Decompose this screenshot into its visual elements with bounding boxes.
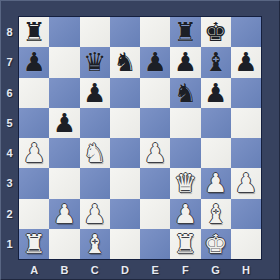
file-labels: ABCDEFGH	[19, 259, 261, 280]
square-a6[interactable]	[19, 78, 49, 108]
file-label-d: D	[110, 259, 140, 280]
square-g1[interactable]: ♚	[201, 229, 231, 259]
piece-white-pawn-a4[interactable]: ♟	[22, 140, 45, 166]
rank-label-8: 8	[0, 17, 19, 47]
square-d8[interactable]	[110, 17, 140, 47]
piece-white-pawn-g3[interactable]: ♟	[204, 170, 227, 196]
piece-white-bishop-c1[interactable]: ♝	[83, 231, 106, 257]
piece-black-pawn-f7[interactable]: ♟	[174, 49, 197, 75]
square-d4[interactable]	[110, 138, 140, 168]
square-g3[interactable]: ♟	[201, 168, 231, 198]
square-h2[interactable]	[231, 199, 261, 229]
square-b3[interactable]	[49, 168, 79, 198]
square-f8[interactable]: ♜	[170, 17, 200, 47]
piece-black-queen-c7[interactable]: ♛	[83, 49, 106, 75]
square-h4[interactable]	[231, 138, 261, 168]
square-b1[interactable]	[49, 229, 79, 259]
rank-label-7: 7	[0, 47, 19, 77]
file-label-g: G	[201, 259, 231, 280]
rank-label-5: 5	[0, 108, 19, 138]
square-b5[interactable]: ♟	[49, 108, 79, 138]
rank-label-1: 1	[0, 229, 19, 259]
file-label-a: A	[19, 259, 49, 280]
piece-white-pawn-h3[interactable]: ♟	[234, 170, 257, 196]
square-c4[interactable]: ♞	[80, 138, 110, 168]
square-d7[interactable]: ♞	[110, 47, 140, 77]
square-c5[interactable]	[80, 108, 110, 138]
piece-white-rook-a1[interactable]: ♜	[22, 231, 45, 257]
square-c7[interactable]: ♛	[80, 47, 110, 77]
square-e7[interactable]: ♟	[140, 47, 170, 77]
piece-white-bishop-g2[interactable]: ♝	[204, 201, 227, 227]
square-b4[interactable]	[49, 138, 79, 168]
piece-white-rook-f1[interactable]: ♜	[174, 231, 197, 257]
piece-black-bishop-g7[interactable]: ♝	[204, 49, 227, 75]
square-a2[interactable]	[19, 199, 49, 229]
square-d3[interactable]	[110, 168, 140, 198]
square-e4[interactable]: ♟	[140, 138, 170, 168]
square-b7[interactable]	[49, 47, 79, 77]
chess-diagram-frame: 87654321 ♜♜♚♟♛♞♟♟♝♟♟♞♟♟♟♞♟♛♟♟♟♟♟♝♜♝♜♚ AB…	[0, 0, 280, 280]
piece-white-pawn-b2[interactable]: ♟	[53, 201, 76, 227]
square-c6[interactable]: ♟	[80, 78, 110, 108]
piece-white-pawn-e4[interactable]: ♟	[143, 140, 166, 166]
square-c3[interactable]	[80, 168, 110, 198]
square-b2[interactable]: ♟	[49, 199, 79, 229]
square-d5[interactable]	[110, 108, 140, 138]
square-h1[interactable]	[231, 229, 261, 259]
square-h7[interactable]: ♟	[231, 47, 261, 77]
rank-labels: 87654321	[0, 17, 19, 259]
piece-black-pawn-g6[interactable]: ♟	[204, 80, 227, 106]
square-e2[interactable]	[140, 199, 170, 229]
file-label-c: C	[80, 259, 110, 280]
square-f5[interactable]	[170, 108, 200, 138]
square-g5[interactable]	[201, 108, 231, 138]
file-label-b: B	[49, 259, 79, 280]
piece-black-rook-a8[interactable]: ♜	[22, 19, 45, 45]
rank-label-2: 2	[0, 199, 19, 229]
square-b6[interactable]	[49, 78, 79, 108]
piece-white-king-g1[interactable]: ♚	[204, 231, 227, 257]
chess-board: ♜♜♚♟♛♞♟♟♝♟♟♞♟♟♟♞♟♛♟♟♟♟♟♝♜♝♜♚	[19, 17, 261, 259]
piece-white-pawn-c2[interactable]: ♟	[83, 201, 106, 227]
square-a7[interactable]: ♟	[19, 47, 49, 77]
square-g4[interactable]	[201, 138, 231, 168]
square-e5[interactable]	[140, 108, 170, 138]
piece-black-pawn-c6[interactable]: ♟	[83, 80, 106, 106]
piece-black-pawn-a7[interactable]: ♟	[22, 49, 45, 75]
square-g2[interactable]: ♝	[201, 199, 231, 229]
square-g7[interactable]: ♝	[201, 47, 231, 77]
square-e6[interactable]	[140, 78, 170, 108]
square-d2[interactable]	[110, 199, 140, 229]
file-label-e: E	[140, 259, 170, 280]
square-a5[interactable]	[19, 108, 49, 138]
square-f4[interactable]	[170, 138, 200, 168]
square-e1[interactable]	[140, 229, 170, 259]
piece-white-knight-c4[interactable]: ♞	[83, 140, 106, 166]
file-label-f: F	[170, 259, 200, 280]
square-f1[interactable]: ♜	[170, 229, 200, 259]
square-h3[interactable]: ♟	[231, 168, 261, 198]
piece-black-knight-f6[interactable]: ♞	[174, 80, 197, 106]
piece-white-queen-f3[interactable]: ♛	[174, 170, 197, 196]
square-e8[interactable]	[140, 17, 170, 47]
rank-label-3: 3	[0, 168, 19, 198]
square-e3[interactable]	[140, 168, 170, 198]
square-g6[interactable]: ♟	[201, 78, 231, 108]
square-c8[interactable]	[80, 17, 110, 47]
square-f3[interactable]: ♛	[170, 168, 200, 198]
square-a3[interactable]	[19, 168, 49, 198]
square-d6[interactable]	[110, 78, 140, 108]
piece-white-pawn-f2[interactable]: ♟	[174, 201, 197, 227]
square-b8[interactable]	[49, 17, 79, 47]
square-f7[interactable]: ♟	[170, 47, 200, 77]
rank-label-4: 4	[0, 138, 19, 168]
square-d1[interactable]	[110, 229, 140, 259]
file-label-h: H	[231, 259, 261, 280]
square-f6[interactable]: ♞	[170, 78, 200, 108]
piece-black-king-g8[interactable]: ♚	[204, 19, 227, 45]
square-g8[interactable]: ♚	[201, 17, 231, 47]
rank-label-6: 6	[0, 78, 19, 108]
square-h8[interactable]	[231, 17, 261, 47]
square-c2[interactable]: ♟	[80, 199, 110, 229]
piece-black-pawn-h7[interactable]: ♟	[234, 49, 257, 75]
piece-black-pawn-b5[interactable]: ♟	[53, 110, 76, 136]
square-f2[interactable]: ♟	[170, 199, 200, 229]
square-a1[interactable]: ♜	[19, 229, 49, 259]
piece-black-knight-d7[interactable]: ♞	[113, 49, 136, 75]
square-h6[interactable]	[231, 78, 261, 108]
square-a8[interactable]: ♜	[19, 17, 49, 47]
piece-black-rook-f8[interactable]: ♜	[174, 19, 197, 45]
square-a4[interactable]: ♟	[19, 138, 49, 168]
square-h5[interactable]	[231, 108, 261, 138]
square-c1[interactable]: ♝	[80, 229, 110, 259]
piece-black-pawn-e7[interactable]: ♟	[143, 49, 166, 75]
